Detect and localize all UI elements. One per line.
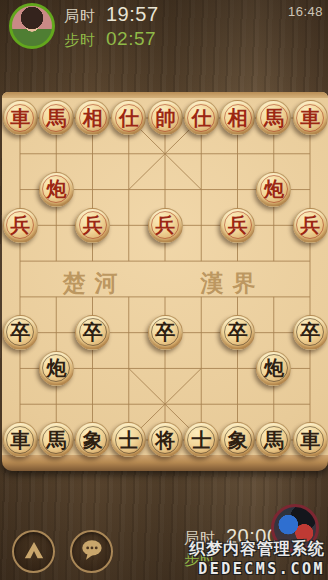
piece-red-仕[interactable]: 仕 (111, 100, 146, 135)
piece-label: 兵 (10, 215, 30, 235)
piece-red-兵[interactable]: 兵 (148, 208, 183, 243)
bottom-controls (12, 530, 113, 573)
piece-red-兵[interactable]: 兵 (220, 208, 255, 243)
piece-label: 馬 (264, 429, 284, 449)
piece-black-車[interactable]: 車 (3, 422, 38, 457)
game-screen: 16:48 局时 19:57 步时 02:57 楚河 漢界 車馬相仕帥仕相馬車炮… (0, 0, 328, 580)
piece-label: 相 (83, 107, 103, 127)
piece-red-仕[interactable]: 仕 (184, 100, 219, 135)
piece-label: 士 (191, 429, 211, 449)
player-top-timer: 局时 19:57 步时 02:57 (64, 3, 159, 50)
piece-black-車[interactable]: 車 (293, 422, 328, 457)
piece-label: 象 (83, 429, 103, 449)
piece-label: 炮 (46, 358, 66, 378)
piece-red-兵[interactable]: 兵 (75, 208, 110, 243)
piece-grid: 車馬相仕帥仕相馬車炮炮兵兵兵兵兵卒卒卒卒卒炮炮車馬象士将士象馬車 (2, 100, 328, 458)
piece-label: 車 (10, 429, 30, 449)
piece-label: 相 (228, 107, 248, 127)
piece-label: 車 (10, 107, 30, 127)
piece-label: 炮 (264, 358, 284, 378)
watermark: 织梦内容管理系统 DEDECMS.COM (189, 539, 325, 578)
chevron-up-icon (21, 537, 47, 567)
piece-label: 帥 (155, 107, 175, 127)
piece-label: 兵 (83, 215, 103, 235)
piece-label: 炮 (46, 179, 66, 199)
piece-black-卒[interactable]: 卒 (148, 315, 183, 350)
piece-label: 馬 (264, 107, 284, 127)
piece-red-車[interactable]: 車 (293, 100, 328, 135)
piece-label: 炮 (264, 179, 284, 199)
piece-label: 卒 (300, 322, 320, 342)
menu-button[interactable] (12, 530, 55, 573)
piece-red-馬[interactable]: 馬 (256, 100, 291, 135)
piece-label: 象 (228, 429, 248, 449)
piece-red-兵[interactable]: 兵 (3, 208, 38, 243)
piece-label: 卒 (155, 322, 175, 342)
chat-button[interactable] (70, 530, 113, 573)
piece-label: 馬 (46, 107, 66, 127)
piece-label: 兵 (228, 215, 248, 235)
move-time-value: 02:57 (106, 28, 159, 50)
piece-label: 車 (300, 107, 320, 127)
piece-label: 仕 (191, 107, 211, 127)
move-time-label: 步时 (64, 31, 96, 50)
piece-label: 仕 (119, 107, 139, 127)
player-top-avatar[interactable] (9, 3, 55, 49)
piece-black-卒[interactable]: 卒 (3, 315, 38, 350)
piece-red-炮[interactable]: 炮 (39, 172, 74, 207)
piece-black-卒[interactable]: 卒 (220, 315, 255, 350)
piece-black-士[interactable]: 士 (184, 422, 219, 457)
piece-label: 兵 (300, 215, 320, 235)
game-time-label: 局时 (64, 7, 96, 26)
watermark-line1: 织梦内容管理系统 (189, 539, 325, 560)
piece-red-馬[interactable]: 馬 (39, 100, 74, 135)
piece-label: 馬 (46, 429, 66, 449)
piece-red-車[interactable]: 車 (3, 100, 38, 135)
game-time-value: 19:57 (106, 3, 159, 26)
piece-red-兵[interactable]: 兵 (293, 208, 328, 243)
piece-label: 将 (155, 429, 175, 449)
player-top: 局时 19:57 步时 02:57 (9, 3, 159, 50)
piece-red-相[interactable]: 相 (220, 100, 255, 135)
piece-black-炮[interactable]: 炮 (256, 351, 291, 386)
piece-black-炮[interactable]: 炮 (39, 351, 74, 386)
piece-red-相[interactable]: 相 (75, 100, 110, 135)
piece-red-帥[interactable]: 帥 (148, 100, 183, 135)
xiangqi-board[interactable]: 楚河 漢界 車馬相仕帥仕相馬車炮炮兵兵兵兵兵卒卒卒卒卒炮炮車馬象士将士象馬車 (2, 92, 328, 455)
piece-label: 兵 (155, 215, 175, 235)
piece-label: 士 (119, 429, 139, 449)
speech-bubble-icon (78, 536, 105, 567)
piece-black-士[interactable]: 士 (111, 422, 146, 457)
piece-black-卒[interactable]: 卒 (75, 315, 110, 350)
piece-black-将[interactable]: 将 (148, 422, 183, 457)
piece-black-卒[interactable]: 卒 (293, 315, 328, 350)
piece-red-炮[interactable]: 炮 (256, 172, 291, 207)
piece-label: 卒 (10, 322, 30, 342)
watermark-line2: DEDECMS.COM (189, 560, 325, 578)
system-clock: 16:48 (288, 4, 323, 19)
piece-black-象[interactable]: 象 (220, 422, 255, 457)
piece-label: 卒 (228, 322, 248, 342)
piece-black-馬[interactable]: 馬 (39, 422, 74, 457)
piece-label: 卒 (83, 322, 103, 342)
piece-black-馬[interactable]: 馬 (256, 422, 291, 457)
piece-black-象[interactable]: 象 (75, 422, 110, 457)
piece-label: 車 (300, 429, 320, 449)
